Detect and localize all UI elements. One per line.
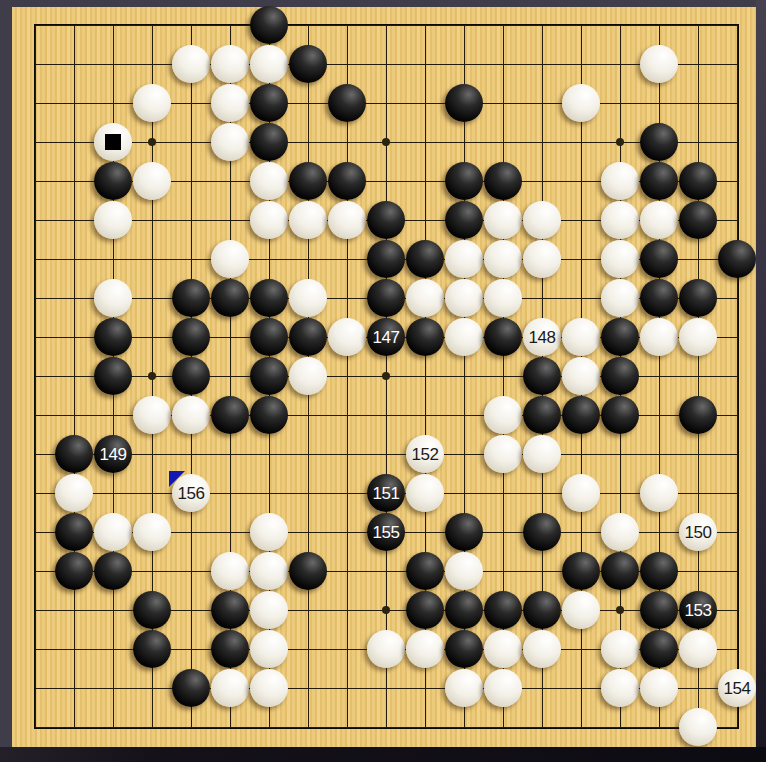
white-stone [211, 669, 249, 707]
white-stone [328, 318, 366, 356]
white-stone [133, 162, 171, 200]
white-stone [94, 279, 132, 317]
black-stone: 151 [367, 474, 405, 512]
white-stone: 150 [679, 513, 717, 551]
black-stone: 149 [94, 435, 132, 473]
black-stone [328, 84, 366, 122]
black-stone [523, 591, 561, 629]
move-number-label: 155 [367, 513, 405, 551]
go-board[interactable]: 147148149152156151155150153154 [12, 7, 756, 748]
white-stone [289, 201, 327, 239]
black-stone [250, 357, 288, 395]
black-stone [601, 552, 639, 590]
white-stone [445, 552, 483, 590]
move-number-label: 148 [523, 318, 561, 356]
black-stone [484, 162, 522, 200]
white-stone: 148 [523, 318, 561, 356]
white-stone [94, 123, 132, 161]
black-stone [679, 396, 717, 434]
white-stone [601, 279, 639, 317]
move-number-label: 147 [367, 318, 405, 356]
white-stone [601, 513, 639, 551]
black-stone [94, 357, 132, 395]
white-stone [601, 162, 639, 200]
white-stone [679, 318, 717, 356]
black-stone [601, 318, 639, 356]
black-stone [640, 552, 678, 590]
black-stone [640, 630, 678, 668]
black-stone [172, 318, 210, 356]
white-stone [328, 201, 366, 239]
white-stone [523, 630, 561, 668]
black-stone [250, 396, 288, 434]
black-stone [55, 552, 93, 590]
square-marker [105, 134, 121, 150]
black-stone [640, 162, 678, 200]
white-stone [55, 474, 93, 512]
black-stone [601, 357, 639, 395]
black-stone [679, 279, 717, 317]
black-stone [679, 162, 717, 200]
move-number-label: 154 [718, 669, 756, 707]
black-stone [367, 279, 405, 317]
white-stone [250, 552, 288, 590]
white-stone [562, 84, 600, 122]
black-stone [55, 435, 93, 473]
black-stone [55, 513, 93, 551]
white-stone [406, 630, 444, 668]
black-stone [523, 396, 561, 434]
white-stone [640, 474, 678, 512]
black-stone [523, 357, 561, 395]
black-stone [445, 513, 483, 551]
white-stone [640, 318, 678, 356]
white-stone [601, 630, 639, 668]
grid-line-vertical [737, 25, 738, 727]
white-stone [445, 240, 483, 278]
black-stone [406, 318, 444, 356]
white-stone [250, 591, 288, 629]
black-stone [640, 591, 678, 629]
black-stone [601, 396, 639, 434]
black-stone [445, 84, 483, 122]
move-number-label: 149 [94, 435, 132, 473]
white-stone [211, 123, 249, 161]
white-stone [445, 669, 483, 707]
white-stone [484, 669, 522, 707]
white-stone [679, 630, 717, 668]
white-stone [406, 474, 444, 512]
black-stone [211, 279, 249, 317]
black-stone [94, 552, 132, 590]
white-stone [523, 201, 561, 239]
white-stone [172, 396, 210, 434]
white-stone [133, 84, 171, 122]
black-stone [211, 591, 249, 629]
white-stone [133, 513, 171, 551]
black-stone [367, 240, 405, 278]
black-stone [133, 591, 171, 629]
white-stone [484, 240, 522, 278]
white-stone [601, 669, 639, 707]
white-stone [562, 357, 600, 395]
white-stone [562, 474, 600, 512]
black-stone [718, 240, 756, 278]
white-stone [289, 279, 327, 317]
black-stone [445, 201, 483, 239]
move-number-label: 150 [679, 513, 717, 551]
black-stone [562, 396, 600, 434]
white-stone [562, 591, 600, 629]
white-stone: 152 [406, 435, 444, 473]
black-stone [172, 357, 210, 395]
black-stone [406, 552, 444, 590]
white-stone [172, 45, 210, 83]
white-stone [601, 201, 639, 239]
star-point [148, 372, 156, 380]
star-point [616, 138, 624, 146]
white-stone [250, 45, 288, 83]
window-frame-right [756, 0, 766, 762]
black-stone [250, 123, 288, 161]
grid-line-horizontal [35, 727, 737, 728]
black-stone [289, 552, 327, 590]
black-stone [445, 591, 483, 629]
black-stone [406, 240, 444, 278]
black-stone: 147 [367, 318, 405, 356]
star-point [382, 372, 390, 380]
grid-line-horizontal [35, 454, 737, 455]
white-stone [640, 669, 678, 707]
white-stone: 156 [172, 474, 210, 512]
white-stone [211, 240, 249, 278]
move-number-label: 153 [679, 591, 717, 629]
black-stone [133, 630, 171, 668]
white-stone [640, 201, 678, 239]
black-stone [94, 162, 132, 200]
white-stone [640, 45, 678, 83]
black-stone [211, 630, 249, 668]
white-stone [250, 630, 288, 668]
black-stone [94, 318, 132, 356]
white-stone [367, 630, 405, 668]
white-stone [679, 708, 717, 746]
window-frame-bottom [0, 747, 766, 762]
black-stone [367, 201, 405, 239]
move-number-label: 151 [367, 474, 405, 512]
white-stone: 154 [718, 669, 756, 707]
white-stone [250, 513, 288, 551]
white-stone [445, 318, 483, 356]
black-stone [172, 279, 210, 317]
black-stone [523, 513, 561, 551]
white-stone [484, 396, 522, 434]
black-stone [445, 162, 483, 200]
black-stone [250, 318, 288, 356]
white-stone [211, 84, 249, 122]
black-stone [289, 318, 327, 356]
white-stone [94, 201, 132, 239]
black-stone [328, 162, 366, 200]
white-stone [211, 552, 249, 590]
black-stone [484, 591, 522, 629]
page: 147148149152156151155150153154 [0, 0, 766, 762]
white-stone [562, 318, 600, 356]
move-number-label: 152 [406, 435, 444, 473]
white-stone [250, 669, 288, 707]
star-point [148, 138, 156, 146]
black-stone [562, 552, 600, 590]
white-stone [250, 162, 288, 200]
white-stone [94, 513, 132, 551]
black-stone [640, 123, 678, 161]
white-stone [250, 201, 288, 239]
black-stone [640, 240, 678, 278]
black-stone [406, 591, 444, 629]
star-point [382, 138, 390, 146]
star-point [382, 606, 390, 614]
star-point [616, 606, 624, 614]
black-stone: 155 [367, 513, 405, 551]
white-stone [445, 279, 483, 317]
black-stone [289, 162, 327, 200]
black-stone: 153 [679, 591, 717, 629]
black-stone [484, 318, 522, 356]
black-stone [445, 630, 483, 668]
white-stone [133, 396, 171, 434]
white-stone [484, 201, 522, 239]
black-stone [250, 84, 288, 122]
white-stone [484, 279, 522, 317]
move-number-label: 156 [172, 474, 210, 512]
white-stone [289, 357, 327, 395]
white-stone [523, 435, 561, 473]
white-stone [601, 240, 639, 278]
white-stone [406, 279, 444, 317]
white-stone [484, 435, 522, 473]
white-stone [211, 45, 249, 83]
black-stone [640, 279, 678, 317]
white-stone [484, 630, 522, 668]
black-stone [172, 669, 210, 707]
black-stone [250, 6, 288, 44]
black-stone [250, 279, 288, 317]
white-stone [523, 240, 561, 278]
black-stone [289, 45, 327, 83]
black-stone [211, 396, 249, 434]
black-stone [679, 201, 717, 239]
